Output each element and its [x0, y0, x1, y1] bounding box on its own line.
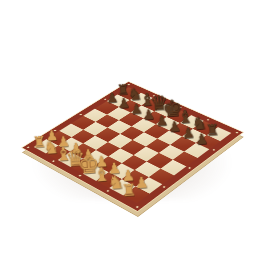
- chess-set-photo: ♜♞♝♛♚♝♞♜♟♟♟♟♟♟♟♟♟♟♟♟♟♟♟♟♜♞♝♛♚♝♞♜: [0, 0, 264, 264]
- chess-board: ♜♞♝♛♚♝♞♜♟♟♟♟♟♟♟♟♟♟♟♟♟♟♟♟♜♞♝♛♚♝♞♜: [21, 81, 244, 212]
- board-grid: ♜♞♝♛♚♝♞♜♟♟♟♟♟♟♟♟♟♟♟♟♟♟♟♟♜♞♝♛♚♝♞♜: [34, 87, 232, 203]
- piece-white-rook-h1: ♜: [112, 182, 146, 201]
- scene: ♜♞♝♛♚♝♞♜♟♟♟♟♟♟♟♟♟♟♟♟♟♟♟♟♜♞♝♛♚♝♞♜: [0, 0, 264, 264]
- piece-white-pawn-c2: ♟: [61, 140, 92, 156]
- piece-black-rook-a8: ♜: [109, 82, 138, 98]
